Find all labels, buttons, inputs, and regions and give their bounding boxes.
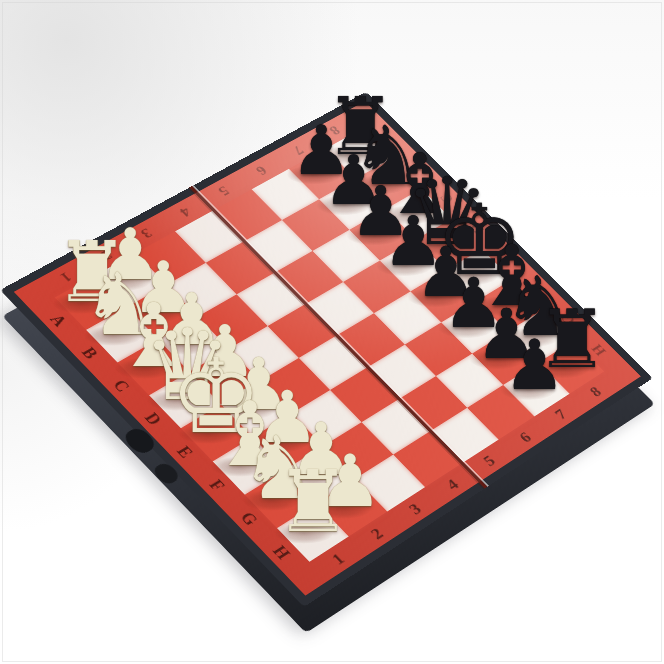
chessboard-photo: AA11BB22CC33DD44EE55FF66GG77HH88 ♜♞♝♛♚♝♞… <box>0 0 664 664</box>
piece-white-rook[interactable]: ♜ <box>275 460 351 545</box>
piece-black-pawn[interactable]: ♟ <box>503 331 565 400</box>
